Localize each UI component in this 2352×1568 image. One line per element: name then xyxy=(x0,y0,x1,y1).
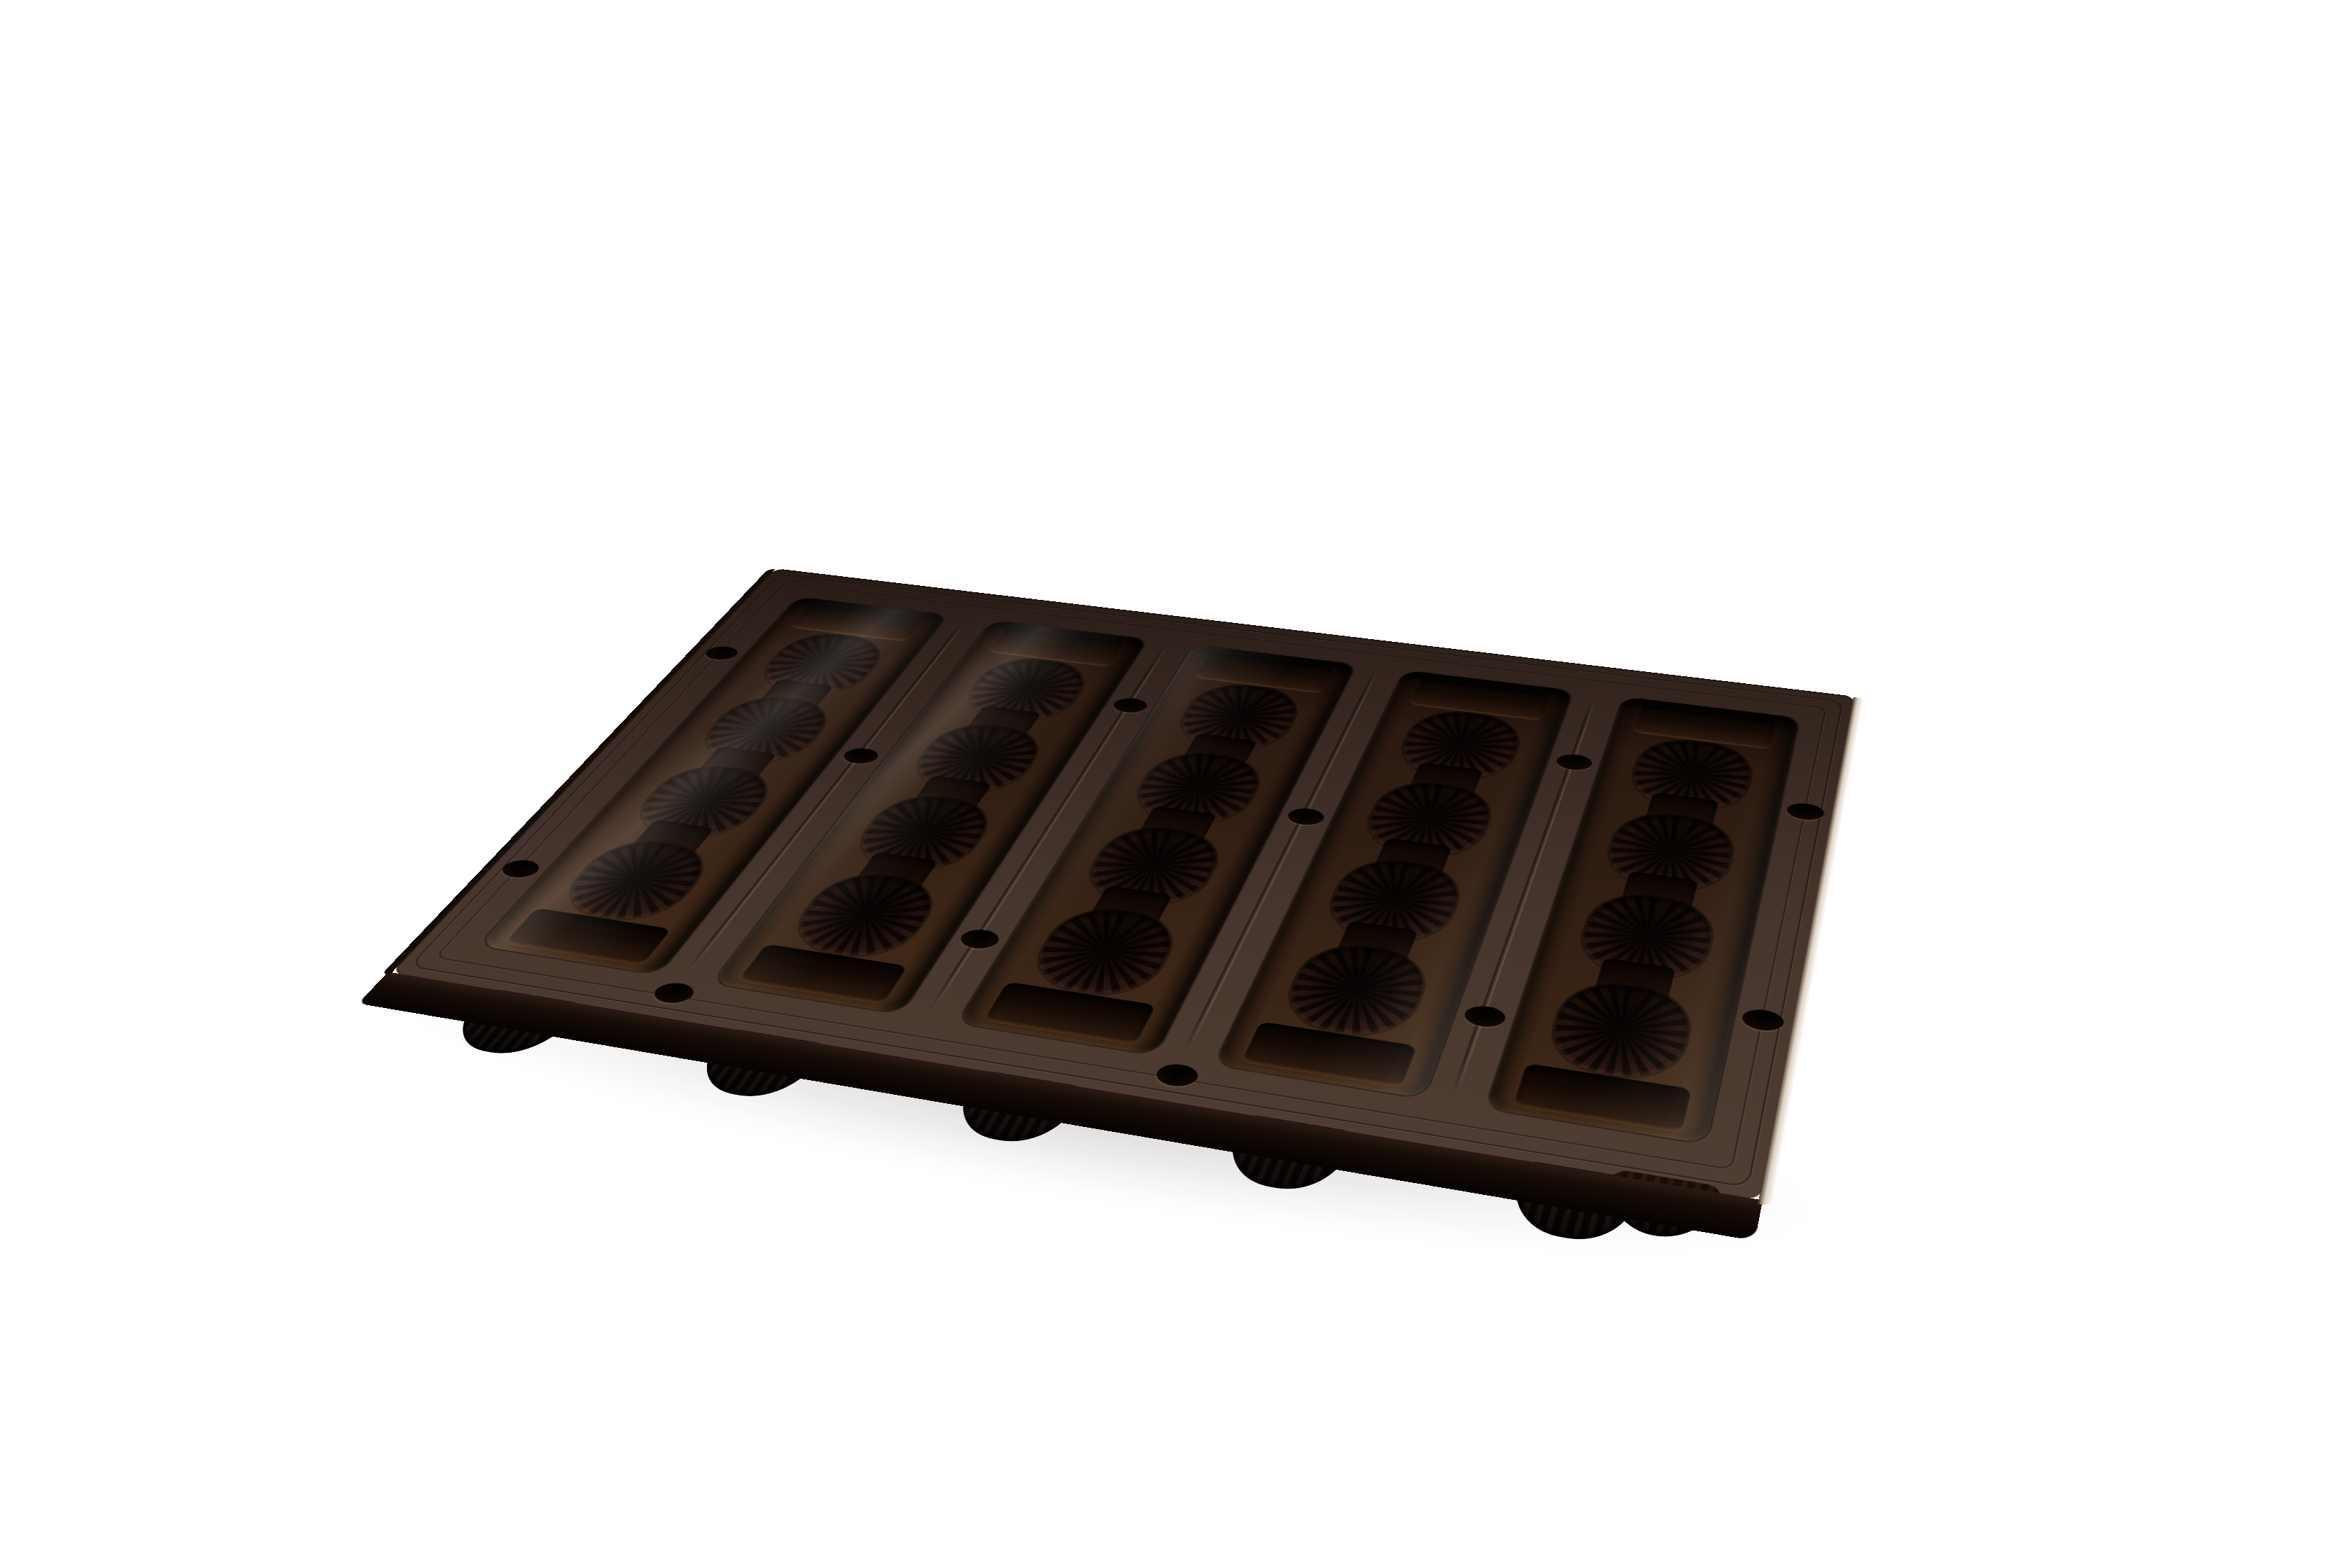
punched-hole xyxy=(648,981,699,1005)
cavity-cup xyxy=(1023,904,1185,1001)
punched-hole xyxy=(1554,752,1594,771)
photo-stage xyxy=(0,0,2352,1568)
end-channel xyxy=(505,908,672,965)
chocolate-tray xyxy=(391,568,1855,1200)
punched-hole xyxy=(1284,806,1327,827)
punched-hole xyxy=(1740,1007,1786,1033)
punched-hole xyxy=(701,645,742,661)
end-channel xyxy=(1242,1021,1417,1087)
end-channel xyxy=(983,981,1156,1044)
end-channel xyxy=(988,627,1126,667)
punched-hole xyxy=(955,927,1003,951)
end-channel xyxy=(1194,652,1335,693)
punched-hole xyxy=(496,858,545,880)
cavity-cup xyxy=(1543,978,1697,1085)
punched-hole xyxy=(1786,801,1826,822)
end-channel xyxy=(790,603,927,642)
cavity-cup xyxy=(1277,939,1435,1041)
punched-hole xyxy=(1152,1062,1203,1089)
punched-hole xyxy=(1462,1004,1508,1030)
end-channel xyxy=(1513,1063,1692,1133)
punched-hole xyxy=(839,747,883,766)
end-channel xyxy=(1409,678,1552,721)
punched-hole xyxy=(1109,696,1150,714)
end-channel xyxy=(738,944,909,1003)
